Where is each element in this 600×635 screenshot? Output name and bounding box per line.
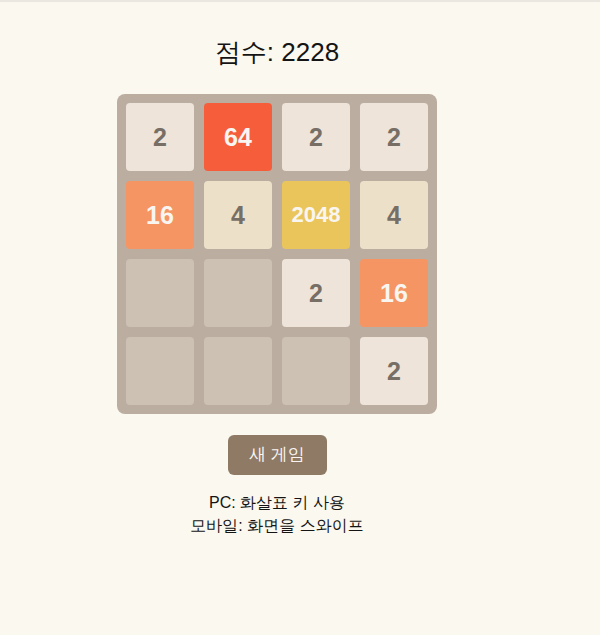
tile-2: 2 [360,337,428,405]
tile-16: 16 [126,181,194,249]
game-page: 점수: 2228 26422164204842162 새 게임 PC: 화살표 … [0,2,554,537]
empty-cell [204,337,272,405]
empty-cell [126,259,194,327]
score-value: 2228 [281,37,339,67]
tile-2: 2 [282,103,350,171]
tile-4: 4 [204,181,272,249]
tile-64: 64 [204,103,272,171]
score-label: 점수: [215,37,274,67]
new-game-button[interactable]: 새 게임 [228,435,327,475]
instruction-pc: PC: 화살표 키 사용 [190,491,363,514]
tile-2048: 2048 [282,181,350,249]
tile-2: 2 [282,259,350,327]
tile-2: 2 [126,103,194,171]
empty-cell [126,337,194,405]
score-display: 점수: 2228 [215,35,339,69]
empty-cell [282,337,350,405]
instruction-mobile: 모바일: 화면을 스와이프 [190,514,363,537]
tile-4: 4 [360,181,428,249]
tile-16: 16 [360,259,428,327]
empty-cell [204,259,272,327]
tile-2: 2 [360,103,428,171]
board-grid[interactable]: 26422164204842162 [117,94,437,414]
instructions: PC: 화살표 키 사용 모바일: 화면을 스와이프 [190,491,363,537]
